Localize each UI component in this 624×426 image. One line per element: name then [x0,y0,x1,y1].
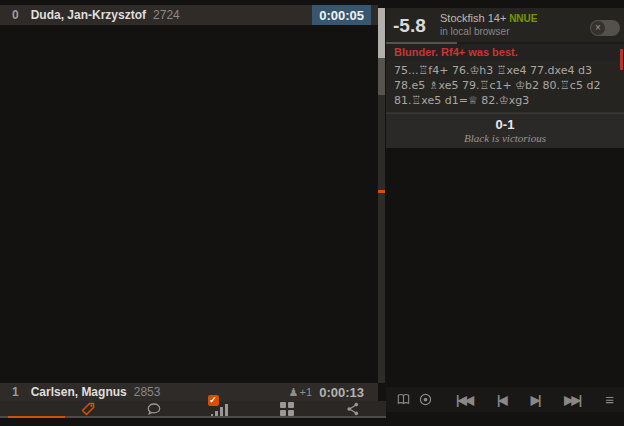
analysis-toolbar: ✓ [0,401,386,418]
first-move-button[interactable]: |◀◀ [456,393,474,407]
engine-toggle-switch[interactable]: × [590,20,620,36]
eval-gauge [378,8,385,383]
result-verdict: Black is victorious [386,132,624,144]
engine-location: in local browser [440,25,537,38]
panel-scrollbar-thumb[interactable] [620,49,623,70]
chess-board[interactable] [8,25,378,383]
top-player-score: 0 [12,8,19,22]
eval-gauge-mid-share [378,58,385,95]
tab-notes[interactable] [55,401,121,417]
result-score: 0-1 [386,117,624,132]
reference-icons [396,392,433,407]
tab-share[interactable] [320,401,386,417]
principal-variation[interactable]: 75...♖f4+ 76.♔h3 ♖xe4 77.dxe4 d3 78.e5 ♗… [386,61,624,113]
engine-header: -5.8 Stockfish 14+ NNUE in local browser… [386,8,624,42]
next-move-button[interactable]: ▶| [531,393,542,407]
material-advantage: ♟+1 [289,383,312,401]
engine-nnue-badge: NNUE [509,13,537,24]
grid-icon [280,402,294,416]
tab-computer-analysis[interactable]: ✓ [187,402,253,416]
top-player-clock: 0:00:05 [312,5,371,25]
engine-name: Stockfish 14+ [440,12,506,24]
playback-controls: |◀◀ |◀ ▶| ▶▶| ≡ [386,387,624,412]
tag-icon [80,401,96,417]
bottom-player-name[interactable]: Carlsen, Magnus [31,385,127,399]
top-player-bar: 0 Duda, Jan-Krzysztof 2724 0:00:05 [0,5,378,25]
engine-toggle-knob: × [591,21,605,35]
analysis-enabled-checkbox[interactable]: ✓ [208,395,219,406]
tab-board-grid[interactable] [254,402,320,416]
last-move-button[interactable]: ▶▶| [564,393,582,407]
pawn-icon: ♟ [289,386,299,399]
chat-bubble-icon [146,401,162,417]
bottom-player-clock: 0:00:13 [312,383,371,401]
chess-analysis-app: 0 Duda, Jan-Krzysztof 2724 0:00:05 1 Car… [0,0,624,426]
material-count: +1 [299,386,312,398]
bottom-player-rating: 2853 [134,385,161,399]
engine-panel: -5.8 Stockfish 14+ NNUE in local browser… [386,8,624,148]
database-target-icon[interactable] [418,392,433,407]
active-tab-underline [8,416,65,418]
bottom-player-bar: 1 Carlsen, Magnus 2853 ♟+1 0:00:13 [0,383,378,401]
bottom-player-score: 1 [12,385,19,399]
analysis-panel: -5.8 Stockfish 14+ NNUE in local browser… [386,0,624,426]
share-icon [345,401,361,417]
top-player-rating: 2724 [153,8,180,22]
chart-dot [211,414,213,416]
opening-book-icon[interactable] [396,392,411,407]
engine-meta: Stockfish 14+ NNUE in local browser [440,8,537,42]
engine-eval: -5.8 [386,8,440,42]
top-player-name[interactable]: Duda, Jan-Krzysztof [31,8,146,22]
eval-gauge-white-share [378,8,385,58]
tab-chat[interactable] [121,401,187,417]
eval-gauge-tick [378,190,385,193]
previous-move-button[interactable]: |◀ [497,393,508,407]
result-block: 0-1 Black is victorious [386,113,624,148]
blunder-comment: Blunder. Rf4+ was best. [386,44,624,61]
menu-button[interactable]: ≡ [605,391,614,408]
